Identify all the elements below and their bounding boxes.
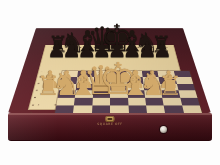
product-photo: SQUARE OFF ♜♞♝♛♚♝♞♜♟♟♟♟♟♟♟♟♟♟♟♟♟♟♟♟♜♞♝♛♚… bbox=[0, 0, 220, 165]
board-front-rail: SQUARE OFF bbox=[8, 113, 212, 141]
piece-white-rook-h1[interactable]: ♜ bbox=[158, 73, 182, 100]
piece-black-pawn-h7[interactable]: ♟ bbox=[153, 39, 172, 60]
squareoff-logo-text: SQUARE OFF bbox=[97, 123, 122, 126]
square-h4[interactable] bbox=[180, 98, 200, 106]
power-button[interactable] bbox=[160, 126, 167, 133]
squareoff-logo: SQUARE OFF bbox=[97, 116, 122, 126]
